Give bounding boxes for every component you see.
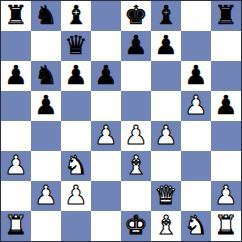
black-pawn[interactable]: ♟ [94, 61, 117, 90]
square-f3[interactable] [151, 151, 181, 181]
square-b6[interactable]: ♞ [31, 61, 61, 91]
square-e2[interactable] [121, 181, 151, 211]
square-f6[interactable] [151, 61, 181, 91]
black-king[interactable]: ♚ [124, 1, 147, 30]
square-h3[interactable] [211, 151, 241, 181]
square-g1[interactable]: ♞ [181, 211, 211, 241]
white-pawn[interactable]: ♟ [34, 181, 57, 210]
square-e4[interactable]: ♟ [121, 121, 151, 151]
square-f2[interactable]: ♛ [151, 181, 181, 211]
square-b7[interactable] [31, 31, 61, 61]
square-c8[interactable]: ♝ [61, 1, 91, 31]
square-c7[interactable]: ♛ [61, 31, 91, 61]
black-pawn[interactable]: ♟ [184, 61, 207, 90]
black-pawn[interactable]: ♟ [214, 91, 237, 120]
square-f5[interactable] [151, 91, 181, 121]
square-d1[interactable] [91, 211, 121, 241]
square-b3[interactable] [31, 151, 61, 181]
square-h7[interactable] [211, 31, 241, 61]
square-a2[interactable] [1, 181, 31, 211]
white-knight[interactable]: ♞ [64, 151, 87, 180]
black-rook[interactable]: ♜ [4, 1, 27, 30]
white-pawn[interactable]: ♟ [94, 121, 117, 150]
square-f1[interactable]: ♝ [151, 211, 181, 241]
white-bishop[interactable]: ♝ [154, 211, 177, 240]
square-d8[interactable] [91, 1, 121, 31]
white-pawn[interactable]: ♟ [154, 121, 177, 150]
square-e3[interactable]: ♝ [121, 151, 151, 181]
square-c3[interactable]: ♞ [61, 151, 91, 181]
black-pawn[interactable]: ♟ [124, 31, 147, 60]
square-g5[interactable]: ♟ [181, 91, 211, 121]
white-pawn[interactable]: ♟ [214, 181, 237, 210]
square-c4[interactable] [61, 121, 91, 151]
square-b2[interactable]: ♟ [31, 181, 61, 211]
black-rook[interactable]: ♜ [214, 1, 237, 30]
white-king[interactable]: ♚ [124, 211, 147, 240]
square-g7[interactable] [181, 31, 211, 61]
white-pawn[interactable]: ♟ [124, 121, 147, 150]
square-g6[interactable]: ♟ [181, 61, 211, 91]
square-h6[interactable] [211, 61, 241, 91]
square-b5[interactable]: ♟ [31, 91, 61, 121]
square-g4[interactable] [181, 121, 211, 151]
square-d7[interactable] [91, 31, 121, 61]
square-g2[interactable] [181, 181, 211, 211]
square-c6[interactable]: ♟ [61, 61, 91, 91]
square-h1[interactable]: ♜ [211, 211, 241, 241]
square-d2[interactable] [91, 181, 121, 211]
square-b1[interactable] [31, 211, 61, 241]
black-queen[interactable]: ♛ [64, 31, 87, 60]
square-b4[interactable] [31, 121, 61, 151]
square-b8[interactable]: ♞ [31, 1, 61, 31]
square-h5[interactable]: ♟ [211, 91, 241, 121]
square-g8[interactable] [181, 1, 211, 31]
square-a4[interactable] [1, 121, 31, 151]
square-e7[interactable]: ♟ [121, 31, 151, 61]
black-knight[interactable]: ♞ [34, 61, 57, 90]
chess-board: ♜♞♝♚♝♜♛♟♟♟♞♟♟♟♟♟♟♟♟♟♟♞♝♟♟♛♟♜♚♝♞♜ [0, 0, 242, 242]
black-pawn[interactable]: ♟ [64, 61, 87, 90]
white-pawn[interactable]: ♟ [184, 91, 207, 120]
square-c1[interactable] [61, 211, 91, 241]
black-knight[interactable]: ♞ [34, 1, 57, 30]
square-a8[interactable]: ♜ [1, 1, 31, 31]
black-pawn[interactable]: ♟ [4, 61, 27, 90]
black-bishop[interactable]: ♝ [64, 1, 87, 30]
chess-board-container: ♜♞♝♚♝♜♛♟♟♟♞♟♟♟♟♟♟♟♟♟♟♞♝♟♟♛♟♜♚♝♞♜ [0, 0, 242, 242]
square-e1[interactable]: ♚ [121, 211, 151, 241]
square-d4[interactable]: ♟ [91, 121, 121, 151]
square-h4[interactable] [211, 121, 241, 151]
square-f7[interactable]: ♟ [151, 31, 181, 61]
square-g3[interactable] [181, 151, 211, 181]
square-d6[interactable]: ♟ [91, 61, 121, 91]
square-a7[interactable] [1, 31, 31, 61]
white-knight[interactable]: ♞ [184, 211, 207, 240]
square-d3[interactable] [91, 151, 121, 181]
white-pawn[interactable]: ♟ [4, 151, 27, 180]
square-e6[interactable] [121, 61, 151, 91]
square-c2[interactable]: ♟ [61, 181, 91, 211]
square-e8[interactable]: ♚ [121, 1, 151, 31]
black-pawn[interactable]: ♟ [34, 91, 57, 120]
square-a3[interactable]: ♟ [1, 151, 31, 181]
square-h8[interactable]: ♜ [211, 1, 241, 31]
square-f8[interactable]: ♝ [151, 1, 181, 31]
square-a5[interactable] [1, 91, 31, 121]
square-c5[interactable] [61, 91, 91, 121]
black-bishop[interactable]: ♝ [154, 1, 177, 30]
white-rook[interactable]: ♜ [214, 211, 237, 240]
square-f4[interactable]: ♟ [151, 121, 181, 151]
square-a1[interactable]: ♜ [1, 211, 31, 241]
black-pawn[interactable]: ♟ [154, 31, 177, 60]
square-d5[interactable] [91, 91, 121, 121]
white-queen[interactable]: ♛ [154, 181, 177, 210]
square-a6[interactable]: ♟ [1, 61, 31, 91]
white-rook[interactable]: ♜ [4, 211, 27, 240]
white-bishop[interactable]: ♝ [124, 151, 147, 180]
white-pawn[interactable]: ♟ [64, 181, 87, 210]
square-e5[interactable] [121, 91, 151, 121]
square-h2[interactable]: ♟ [211, 181, 241, 211]
